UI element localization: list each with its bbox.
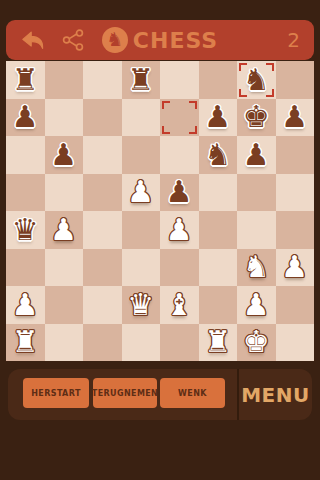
takeback-button[interactable]: TERUGNEMEN [93, 378, 157, 408]
square-g8[interactable]: ♞ [237, 61, 276, 99]
square-c3[interactable] [83, 249, 122, 287]
square-d8[interactable]: ♜ [122, 61, 161, 99]
black-pawn-h7[interactable]: ♟ [281, 102, 308, 132]
square-a5[interactable] [6, 174, 45, 212]
header-bar: ♞ CHESS 2 [6, 20, 314, 60]
square-b8[interactable] [45, 61, 84, 99]
white-queen-d2[interactable]: ♛ [127, 290, 154, 320]
square-e1[interactable] [160, 324, 199, 362]
bottom-panel: HERSTART TERUGNEMEN WENK MENU [8, 369, 312, 420]
square-e8[interactable] [160, 61, 199, 99]
square-d6[interactable] [122, 136, 161, 174]
black-knight-f6[interactable]: ♞ [204, 140, 231, 170]
square-a3[interactable] [6, 249, 45, 287]
square-a8[interactable]: ♜ [6, 61, 45, 99]
square-g2[interactable]: ♟ [237, 286, 276, 324]
white-king-g1[interactable]: ♚ [243, 327, 270, 357]
square-f7[interactable]: ♟ [199, 99, 238, 137]
square-d3[interactable] [122, 249, 161, 287]
square-h6[interactable] [276, 136, 315, 174]
square-h1[interactable] [276, 324, 315, 362]
square-d7[interactable] [122, 99, 161, 137]
square-e4[interactable]: ♟ [160, 211, 199, 249]
black-pawn-e5[interactable]: ♟ [166, 177, 193, 207]
square-c2[interactable] [83, 286, 122, 324]
square-d2[interactable]: ♛ [122, 286, 161, 324]
square-e3[interactable] [160, 249, 199, 287]
square-g5[interactable] [237, 174, 276, 212]
chess-board[interactable]: ♜♜♞♟♟♚♟♟♞♟♟♟♛♟♟♞♟♟♛♝♟♜♜♚ [6, 61, 314, 361]
square-e7[interactable] [160, 99, 199, 137]
square-c6[interactable] [83, 136, 122, 174]
square-h7[interactable]: ♟ [276, 99, 315, 137]
square-f6[interactable]: ♞ [199, 136, 238, 174]
square-g3[interactable]: ♞ [237, 249, 276, 287]
square-c8[interactable] [83, 61, 122, 99]
white-knight-g3[interactable]: ♞ [243, 252, 270, 282]
black-pawn-b6[interactable]: ♟ [50, 140, 77, 170]
white-pawn-d5[interactable]: ♟ [127, 177, 154, 207]
black-knight-g8[interactable]: ♞ [243, 65, 270, 95]
last-move-highlight [162, 101, 197, 135]
white-bishop-e2[interactable]: ♝ [166, 290, 193, 320]
white-rook-f1[interactable]: ♜ [204, 327, 231, 357]
black-pawn-a7[interactable]: ♟ [12, 102, 39, 132]
title-group: ♞ CHESS [6, 20, 314, 60]
square-a6[interactable] [6, 136, 45, 174]
black-pawn-g6[interactable]: ♟ [243, 140, 270, 170]
square-a7[interactable]: ♟ [6, 99, 45, 137]
square-h2[interactable] [276, 286, 315, 324]
knight-logo-icon: ♞ [102, 27, 128, 53]
square-b4[interactable]: ♟ [45, 211, 84, 249]
square-h4[interactable] [276, 211, 315, 249]
square-b1[interactable] [45, 324, 84, 362]
square-b5[interactable] [45, 174, 84, 212]
back-button[interactable] [18, 25, 48, 55]
share-button[interactable] [58, 25, 88, 55]
white-rook-a1[interactable]: ♜ [12, 327, 39, 357]
white-pawn-e4[interactable]: ♟ [166, 215, 193, 245]
square-g1[interactable]: ♚ [237, 324, 276, 362]
square-c1[interactable] [83, 324, 122, 362]
square-f4[interactable] [199, 211, 238, 249]
square-d4[interactable] [122, 211, 161, 249]
square-h8[interactable] [276, 61, 315, 99]
counter-badge: 2 [287, 20, 300, 60]
square-e5[interactable]: ♟ [160, 174, 199, 212]
restart-button[interactable]: HERSTART [23, 378, 89, 408]
square-c7[interactable] [83, 99, 122, 137]
square-c4[interactable] [83, 211, 122, 249]
square-f1[interactable]: ♜ [199, 324, 238, 362]
square-b7[interactable] [45, 99, 84, 137]
app-title: CHESS [133, 28, 218, 53]
white-pawn-a2[interactable]: ♟ [12, 290, 39, 320]
square-h3[interactable]: ♟ [276, 249, 315, 287]
square-f2[interactable] [199, 286, 238, 324]
black-rook-d8[interactable]: ♜ [127, 65, 154, 95]
square-f8[interactable] [199, 61, 238, 99]
square-a2[interactable]: ♟ [6, 286, 45, 324]
square-a4[interactable]: ♛ [6, 211, 45, 249]
square-f5[interactable] [199, 174, 238, 212]
square-g6[interactable]: ♟ [237, 136, 276, 174]
square-d5[interactable]: ♟ [122, 174, 161, 212]
back-arrow-icon [20, 28, 46, 52]
square-c5[interactable] [83, 174, 122, 212]
white-pawn-b4[interactable]: ♟ [50, 215, 77, 245]
white-pawn-h3[interactable]: ♟ [281, 252, 308, 282]
square-b2[interactable] [45, 286, 84, 324]
hint-button[interactable]: WENK [160, 378, 225, 408]
black-pawn-f7[interactable]: ♟ [204, 102, 231, 132]
black-king-g7[interactable]: ♚ [243, 102, 270, 132]
square-e2[interactable]: ♝ [160, 286, 199, 324]
menu-button[interactable]: MENU [239, 369, 312, 420]
square-d1[interactable] [122, 324, 161, 362]
square-e6[interactable] [160, 136, 199, 174]
black-rook-a8[interactable]: ♜ [12, 65, 39, 95]
square-g4[interactable] [237, 211, 276, 249]
square-g7[interactable]: ♚ [237, 99, 276, 137]
square-h5[interactable] [276, 174, 315, 212]
square-b3[interactable] [45, 249, 84, 287]
share-icon [61, 28, 85, 52]
square-a1[interactable]: ♜ [6, 324, 45, 362]
square-b6[interactable]: ♟ [45, 136, 84, 174]
square-f3[interactable] [199, 249, 238, 287]
black-queen-a4[interactable]: ♛ [12, 215, 39, 245]
white-pawn-g2[interactable]: ♟ [243, 290, 270, 320]
